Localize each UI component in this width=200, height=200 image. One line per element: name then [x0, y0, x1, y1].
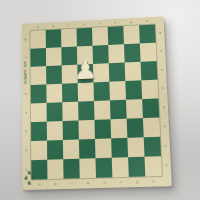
square-f2[interactable] [111, 138, 128, 158]
square-a3[interactable] [31, 122, 47, 141]
coordinate-label: 8 [158, 28, 162, 38]
square-b8[interactable] [46, 29, 62, 48]
square-f6[interactable] [109, 63, 126, 82]
coordinate-label: 5 [24, 89, 27, 99]
square-g2[interactable] [127, 137, 144, 157]
coordinate-label: b [49, 24, 57, 27]
coordinate-label: 2 [25, 145, 28, 156]
square-g6[interactable] [125, 62, 142, 81]
square-c2[interactable] [63, 139, 79, 159]
file-labels-bottom: abcdefgh [31, 179, 162, 188]
square-d6[interactable]: ♟ [77, 64, 93, 83]
knight-icon: ♞ [27, 181, 32, 187]
square-d1[interactable] [79, 158, 96, 178]
coordinate-label: a [34, 25, 42, 28]
square-h6[interactable] [141, 61, 158, 80]
square-h2[interactable] [144, 137, 161, 157]
square-g4[interactable] [126, 99, 143, 119]
square-a6[interactable] [31, 66, 47, 85]
square-b4[interactable] [47, 102, 63, 121]
coordinate-label: 3 [162, 122, 166, 133]
square-f1[interactable] [112, 157, 129, 177]
square-h5[interactable] [141, 80, 158, 99]
square-h7[interactable] [140, 43, 157, 62]
coordinate-label: b [51, 182, 60, 185]
square-a4[interactable] [31, 103, 47, 122]
square-g7[interactable] [124, 43, 141, 62]
coordinate-label: 6 [160, 65, 164, 75]
rank-labels-left: 87654321 [23, 31, 30, 180]
square-e5[interactable] [93, 82, 109, 101]
coordinate-label: g [133, 180, 142, 183]
square-a5[interactable] [31, 84, 47, 103]
coordinate-label: c [64, 24, 73, 27]
four-knights-logo: ♞ ♞ ♞ ♞ [23, 170, 36, 187]
coordinate-label: 2 [163, 141, 167, 152]
square-h3[interactable] [143, 117, 160, 137]
square-c3[interactable] [63, 120, 79, 140]
square-b1[interactable] [47, 159, 63, 179]
coordinate-label: 1 [164, 160, 168, 171]
square-e4[interactable] [94, 100, 111, 119]
coordinate-label: d [80, 23, 89, 26]
square-f7[interactable] [108, 44, 124, 63]
square-c5[interactable] [62, 83, 78, 102]
square-a7[interactable] [31, 48, 47, 67]
square-f5[interactable] [109, 81, 126, 100]
square-b5[interactable] [46, 84, 62, 103]
square-f4[interactable] [110, 100, 127, 120]
square-d5[interactable] [78, 82, 94, 101]
square-h1[interactable] [145, 156, 162, 176]
coordinate-label: h [142, 20, 151, 23]
square-e3[interactable] [94, 119, 111, 139]
brand-text: WE GAMES [22, 61, 26, 84]
coordinate-label: e [95, 22, 104, 25]
square-b3[interactable] [47, 121, 63, 141]
coordinate-label: 3 [25, 127, 28, 137]
coordinate-label: 8 [24, 35, 27, 45]
square-d8[interactable] [77, 28, 93, 47]
table-cloth: abcdefgh abcdefgh 87654321 87654321 WE G… [0, 0, 200, 200]
square-d4[interactable] [78, 101, 94, 120]
coordinate-label: 4 [24, 108, 27, 118]
coordinate-label: 4 [161, 102, 165, 113]
coordinate-label: 5 [161, 84, 165, 94]
square-c4[interactable] [62, 102, 78, 121]
coordinate-label: h [149, 180, 158, 183]
square-g8[interactable] [123, 25, 140, 44]
square-a8[interactable] [30, 30, 46, 49]
square-d3[interactable] [78, 120, 94, 140]
square-g3[interactable] [127, 118, 144, 138]
white-pawn[interactable]: ♟ [73, 56, 97, 83]
square-e1[interactable] [95, 158, 112, 178]
coordinate-label: c [67, 182, 76, 185]
square-h4[interactable] [142, 98, 159, 118]
coordinate-label: d [83, 182, 92, 185]
square-c1[interactable] [63, 159, 80, 179]
square-b2[interactable] [47, 140, 63, 160]
square-f8[interactable] [108, 26, 124, 45]
coordinate-label: f [116, 181, 125, 184]
chess-mat: abcdefgh abcdefgh 87654321 87654321 WE G… [22, 16, 172, 190]
square-a2[interactable] [31, 141, 47, 161]
chess-board[interactable]: ♟ [30, 25, 162, 180]
square-f3[interactable] [111, 119, 128, 139]
coordinate-label: e [100, 181, 109, 184]
square-e8[interactable] [92, 27, 108, 46]
square-c8[interactable] [61, 29, 77, 48]
coordinate-label: g [127, 20, 136, 23]
coordinate-label: f [111, 21, 120, 24]
square-e2[interactable] [95, 138, 112, 158]
square-h8[interactable] [139, 25, 156, 44]
square-b6[interactable] [46, 65, 62, 84]
square-b7[interactable] [46, 47, 62, 66]
coordinate-label: 7 [159, 46, 163, 56]
square-d2[interactable] [79, 139, 96, 159]
square-g1[interactable] [128, 157, 145, 177]
square-g5[interactable] [125, 80, 142, 99]
